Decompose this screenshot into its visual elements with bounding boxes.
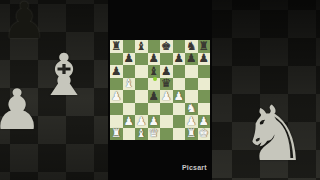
- square-d6[interactable]: ♝: [148, 65, 161, 78]
- square-h1[interactable]: ♚: [198, 128, 211, 141]
- square-h6[interactable]: [198, 65, 211, 78]
- white-queen[interactable]: ♛: [149, 128, 159, 140]
- black-pawn[interactable]: ♟: [199, 53, 209, 65]
- square-b1[interactable]: [123, 128, 136, 141]
- square-b5[interactable]: ♝: [123, 78, 136, 91]
- square-e4[interactable]: ♟: [160, 90, 173, 103]
- picsart-watermark: Picsart: [182, 164, 207, 171]
- square-f1[interactable]: [173, 128, 186, 141]
- square-h7[interactable]: ♟: [198, 53, 211, 66]
- square-e3[interactable]: [160, 103, 173, 116]
- square-h5[interactable]: [198, 78, 211, 91]
- backdrop-black-pawn-icon: ♟: [2, 0, 47, 46]
- white-pawn[interactable]: ♟: [174, 90, 184, 102]
- move-hint-dot: [153, 77, 157, 81]
- white-pawn[interactable]: ♟: [124, 115, 134, 127]
- black-pawn[interactable]: ♟: [111, 65, 121, 77]
- black-rook[interactable]: ♜: [111, 40, 121, 52]
- square-f7[interactable]: ♟: [173, 53, 186, 66]
- black-pawn[interactable]: ♟: [174, 53, 184, 65]
- white-rook[interactable]: ♜: [111, 128, 121, 140]
- square-f6[interactable]: [173, 65, 186, 78]
- backdrop-white-bishop-icon: ♝: [38, 46, 90, 104]
- black-pawn[interactable]: ♟: [186, 53, 196, 65]
- square-c4[interactable]: [135, 90, 148, 103]
- square-a1[interactable]: ♜: [110, 128, 123, 141]
- white-bishop[interactable]: ♝: [124, 78, 134, 90]
- square-g6[interactable]: [185, 65, 198, 78]
- square-b7[interactable]: ♟: [123, 53, 136, 66]
- backdrop-white-knight-icon: ♞: [240, 96, 308, 172]
- black-bishop[interactable]: ♝: [149, 65, 159, 77]
- square-c1[interactable]: ♝: [135, 128, 148, 141]
- backdrop-right: ♞: [210, 0, 320, 180]
- square-e1[interactable]: [160, 128, 173, 141]
- square-a4[interactable]: ♟: [110, 90, 123, 103]
- square-a3[interactable]: [110, 103, 123, 116]
- square-a8[interactable]: ♜: [110, 40, 123, 53]
- square-g1[interactable]: ♜: [185, 128, 198, 141]
- black-pawn[interactable]: ♟: [124, 53, 134, 65]
- square-f4[interactable]: ♟: [173, 90, 186, 103]
- white-bishop[interactable]: ♝: [136, 128, 146, 140]
- square-f2[interactable]: [173, 115, 186, 128]
- square-g5[interactable]: [185, 78, 198, 91]
- square-e2[interactable]: [160, 115, 173, 128]
- square-f3[interactable]: [173, 103, 186, 116]
- black-king[interactable]: ♚: [161, 40, 171, 52]
- backdrop-left: ♟♝♟: [0, 0, 108, 180]
- white-pawn[interactable]: ♟: [161, 90, 171, 102]
- square-g7[interactable]: ♟: [185, 53, 198, 66]
- square-d1[interactable]: ♛: [148, 128, 161, 141]
- chess-board[interactable]: ♜♝♚♞♜♟♟♟♟♟♟♝♟♝♛♟♟♟♟♞♟♟♟♟♟♜♝♛♜♚: [110, 40, 210, 140]
- square-b2[interactable]: ♟: [123, 115, 136, 128]
- white-king[interactable]: ♚: [199, 128, 209, 140]
- black-pawn[interactable]: ♟: [149, 90, 159, 102]
- square-e8[interactable]: ♚: [160, 40, 173, 53]
- square-c5[interactable]: [135, 78, 148, 91]
- video-frame: ♟♝♟ ♞ ♜♝♚♞♜♟♟♟♟♟♟♝♟♝♛♟♟♟♟♞♟♟♟♟♟♜♝♛♜♚ Pic…: [0, 0, 320, 180]
- square-c6[interactable]: [135, 65, 148, 78]
- backdrop-white-pawn-icon: ♟: [0, 82, 42, 138]
- square-c8[interactable]: ♝: [135, 40, 148, 53]
- square-a6[interactable]: ♟: [110, 65, 123, 78]
- white-pawn[interactable]: ♟: [111, 90, 121, 102]
- white-rook[interactable]: ♜: [186, 128, 196, 140]
- square-c7[interactable]: [135, 53, 148, 66]
- black-bishop[interactable]: ♝: [136, 40, 146, 52]
- square-d4[interactable]: ♟: [148, 90, 161, 103]
- square-b4[interactable]: [123, 90, 136, 103]
- square-h4[interactable]: [198, 90, 211, 103]
